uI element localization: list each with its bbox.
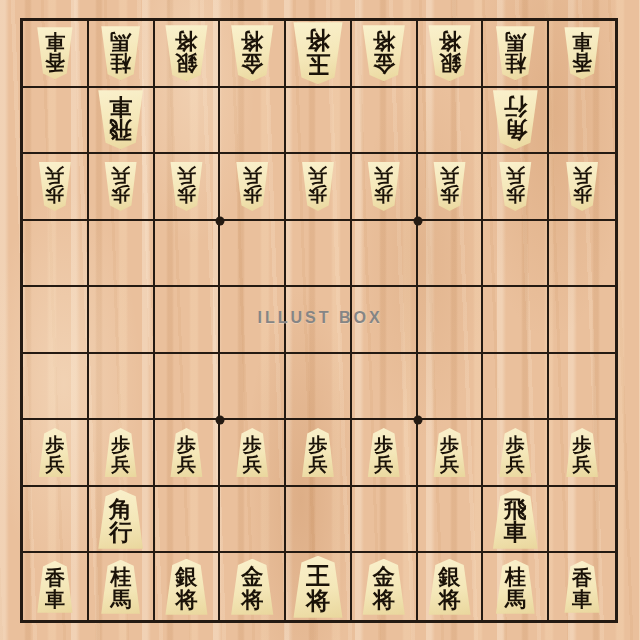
shogi-piece-lance-gote[interactable]: 香 車 [562, 27, 603, 79]
piece-kanji: 歩 兵 [111, 165, 130, 204]
board-cell[interactable]: 歩 兵 [23, 154, 89, 221]
shogi-piece-lance-sente[interactable]: 香 車 [34, 561, 75, 613]
piece-kanji: 歩 兵 [374, 435, 393, 474]
board-cell[interactable]: 歩 兵 [155, 420, 221, 487]
board-cell[interactable] [549, 354, 615, 421]
board-cell[interactable] [483, 287, 549, 354]
board-cell[interactable] [23, 221, 89, 288]
shogi-piece-king-gote[interactable]: 玉 将 [289, 22, 346, 84]
shogi-piece-pawn-gote[interactable]: 歩 兵 [564, 162, 601, 211]
board-cell[interactable]: 歩 兵 [23, 420, 89, 487]
board-cell[interactable] [352, 88, 418, 155]
piece-kanji: 玉 将 [306, 27, 330, 76]
shogi-piece-gold-gote[interactable]: 金 将 [228, 25, 277, 81]
board-cell[interactable] [155, 354, 221, 421]
board-cell[interactable]: 桂 馬 [89, 553, 155, 620]
board-cell[interactable]: 歩 兵 [220, 420, 286, 487]
hoshi-dot [413, 416, 422, 425]
shogi-piece-gold-gote[interactable]: 金 将 [359, 25, 408, 81]
board-cell[interactable]: 歩 兵 [286, 420, 352, 487]
piece-kanji: 歩 兵 [506, 435, 525, 474]
piece-kanji: 歩 兵 [243, 435, 262, 474]
board-cell[interactable] [155, 487, 221, 554]
board-cell[interactable]: 桂 馬 [89, 21, 155, 88]
piece-kanji: 桂 馬 [110, 30, 131, 73]
board-cell[interactable] [23, 354, 89, 421]
piece-kanji: 歩 兵 [308, 165, 327, 204]
watermark-text: ILLUST BOX [257, 309, 382, 327]
shogi-piece-lance-sente[interactable]: 香 車 [562, 561, 603, 613]
board-cell[interactable]: 玉 将 [286, 21, 352, 88]
board-cell[interactable]: 飛 車 [483, 487, 549, 554]
piece-kanji: 歩 兵 [573, 165, 592, 204]
piece-kanji: 金 将 [241, 29, 263, 74]
shogi-piece-pawn-gote[interactable]: 歩 兵 [299, 162, 336, 211]
board-cell[interactable]: 銀 将 [418, 21, 484, 88]
board-cell[interactable] [220, 487, 286, 554]
shogi-piece-lance-gote[interactable]: 香 車 [34, 27, 75, 79]
board-cell[interactable]: 歩 兵 [352, 420, 418, 487]
piece-kanji: 歩 兵 [506, 165, 525, 204]
board-cell[interactable]: 歩 兵 [352, 154, 418, 221]
board-cell[interactable]: 歩 兵 [483, 154, 549, 221]
piece-kanji: 歩 兵 [177, 165, 196, 204]
piece-kanji: 銀 将 [439, 29, 461, 74]
piece-kanji: 銀 将 [175, 566, 197, 611]
board-cell[interactable]: 歩 兵 [286, 154, 352, 221]
shogi-piece-silver-gote[interactable]: 銀 将 [162, 25, 211, 81]
board-cell[interactable]: 香 車 [23, 553, 89, 620]
board-cell[interactable] [418, 88, 484, 155]
piece-kanji: 金 将 [241, 566, 263, 611]
piece-kanji: 歩 兵 [45, 165, 64, 204]
board-cell[interactable] [23, 487, 89, 554]
board-cell[interactable] [418, 487, 484, 554]
shogi-piece-pawn-sente[interactable]: 歩 兵 [168, 428, 205, 477]
piece-kanji: 桂 馬 [505, 30, 526, 73]
board-cell[interactable] [220, 354, 286, 421]
piece-kanji: 歩 兵 [111, 435, 130, 474]
piece-kanji: 歩 兵 [243, 165, 262, 204]
board-cell[interactable]: 角 行 [89, 487, 155, 554]
shogi-piece-pawn-sente[interactable]: 歩 兵 [234, 428, 271, 477]
shogi-piece-pawn-sente[interactable]: 歩 兵 [497, 428, 534, 477]
shogi-piece-silver-sente[interactable]: 銀 将 [425, 559, 474, 615]
piece-kanji: 桂 馬 [505, 567, 526, 610]
piece-kanji: 歩 兵 [177, 435, 196, 474]
board-cell[interactable]: 歩 兵 [418, 154, 484, 221]
piece-kanji: 角 行 [109, 498, 132, 545]
shogi-piece-pawn-gote[interactable]: 歩 兵 [168, 162, 205, 211]
shogi-piece-king-sente[interactable]: 王 将 [289, 556, 346, 618]
board-cell[interactable] [352, 487, 418, 554]
board-cell[interactable] [418, 354, 484, 421]
piece-kanji: 香 車 [572, 568, 592, 609]
board-cell[interactable] [89, 287, 155, 354]
shogi-board-photo: 香 車桂 馬銀 将金 将玉 将金 将銀 将桂 馬香 車飛 車角 行歩 兵歩 兵歩… [0, 0, 640, 640]
board-cell[interactable] [220, 88, 286, 155]
board-cell[interactable]: 角 行 [483, 88, 549, 155]
shogi-piece-pawn-gote[interactable]: 歩 兵 [497, 162, 534, 211]
piece-kanji: 金 将 [373, 29, 395, 74]
board-cell[interactable]: 銀 将 [155, 21, 221, 88]
piece-kanji: 歩 兵 [374, 165, 393, 204]
board-cell[interactable]: 歩 兵 [483, 420, 549, 487]
board-cell[interactable] [549, 88, 615, 155]
board-cell[interactable] [220, 221, 286, 288]
piece-kanji: 歩 兵 [45, 435, 64, 474]
shogi-piece-pawn-gote[interactable]: 歩 兵 [102, 162, 139, 211]
board-cell[interactable] [89, 221, 155, 288]
shogi-piece-knight-gote[interactable]: 桂 馬 [98, 26, 143, 80]
shogi-piece-pawn-gote[interactable]: 歩 兵 [365, 162, 402, 211]
board-cell[interactable]: 香 車 [549, 21, 615, 88]
board-cell[interactable] [155, 221, 221, 288]
board-cell[interactable]: 歩 兵 [549, 154, 615, 221]
board-cell[interactable] [418, 287, 484, 354]
board-cell[interactable]: 歩 兵 [155, 154, 221, 221]
shogi-piece-silver-sente[interactable]: 銀 将 [162, 559, 211, 615]
board-cell[interactable] [286, 221, 352, 288]
piece-kanji: 香 車 [572, 31, 592, 72]
piece-kanji: 飛 車 [504, 498, 527, 545]
board-cell[interactable]: 歩 兵 [418, 420, 484, 487]
shogi-piece-gold-sente[interactable]: 金 将 [359, 559, 408, 615]
board-cell[interactable] [286, 487, 352, 554]
shogi-piece-pawn-sente[interactable]: 歩 兵 [102, 428, 139, 477]
board-cell[interactable] [418, 221, 484, 288]
shogi-piece-pawn-gote[interactable]: 歩 兵 [431, 162, 468, 211]
shogi-piece-pawn-sente[interactable]: 歩 兵 [365, 428, 402, 477]
piece-kanji: 銀 将 [175, 29, 197, 74]
board-cell[interactable]: 銀 将 [418, 553, 484, 620]
shogi-piece-knight-gote[interactable]: 桂 馬 [493, 26, 538, 80]
board-cell[interactable]: 王 将 [286, 553, 352, 620]
board-cell[interactable]: 桂 馬 [483, 21, 549, 88]
board-cell[interactable]: 銀 将 [155, 553, 221, 620]
board-cell[interactable]: 桂 馬 [483, 553, 549, 620]
piece-kanji: 桂 馬 [110, 567, 131, 610]
shogi-piece-pawn-sente[interactable]: 歩 兵 [564, 428, 601, 477]
piece-kanji: 飛 車 [109, 94, 132, 141]
board-cell[interactable] [155, 88, 221, 155]
piece-kanji: 香 車 [45, 568, 65, 609]
shogi-piece-silver-gote[interactable]: 銀 将 [425, 25, 474, 81]
shogi-piece-pawn-gote[interactable]: 歩 兵 [36, 162, 73, 211]
board-cell[interactable] [483, 354, 549, 421]
piece-kanji: 金 将 [373, 566, 395, 611]
board-cell[interactable] [286, 354, 352, 421]
board-cell[interactable]: 金 将 [352, 21, 418, 88]
shogi-piece-pawn-sente[interactable]: 歩 兵 [36, 428, 73, 477]
piece-kanji: 角 行 [504, 94, 527, 141]
board-cell[interactable]: 歩 兵 [89, 154, 155, 221]
board-cell[interactable] [89, 354, 155, 421]
shogi-piece-knight-sente[interactable]: 桂 馬 [98, 560, 143, 614]
board-cell[interactable] [549, 221, 615, 288]
piece-kanji: 香 車 [45, 31, 65, 72]
board-cell[interactable]: 歩 兵 [549, 420, 615, 487]
board-cell[interactable] [483, 221, 549, 288]
piece-kanji: 歩 兵 [440, 435, 459, 474]
board-cell[interactable] [23, 88, 89, 155]
board-cell[interactable] [286, 88, 352, 155]
hoshi-dot [216, 216, 225, 225]
board-cell[interactable]: 金 将 [220, 553, 286, 620]
board-cell[interactable] [549, 487, 615, 554]
hoshi-dot [216, 416, 225, 425]
shogi-piece-bishop-gote[interactable]: 角 行 [489, 90, 541, 149]
board-cell[interactable]: 香 車 [549, 553, 615, 620]
shogi-piece-bishop-sente[interactable]: 角 行 [95, 490, 147, 549]
board-cell[interactable] [549, 287, 615, 354]
board-cell[interactable] [23, 287, 89, 354]
board-cell[interactable]: 香 車 [23, 21, 89, 88]
board-cell[interactable]: 金 将 [352, 553, 418, 620]
shogi-piece-rook-sente[interactable]: 飛 車 [489, 490, 541, 549]
shogi-piece-gold-sente[interactable]: 金 将 [228, 559, 277, 615]
piece-kanji: 歩 兵 [440, 165, 459, 204]
board-cell[interactable]: 飛 車 [89, 88, 155, 155]
shogi-piece-pawn-sente[interactable]: 歩 兵 [431, 428, 468, 477]
board-cell[interactable]: 歩 兵 [89, 420, 155, 487]
shogi-piece-rook-gote[interactable]: 飛 車 [95, 90, 147, 149]
shogi-piece-knight-sente[interactable]: 桂 馬 [493, 560, 538, 614]
piece-kanji: 歩 兵 [573, 435, 592, 474]
board-cell[interactable]: 歩 兵 [220, 154, 286, 221]
board-cell[interactable]: 金 将 [220, 21, 286, 88]
board-cell[interactable] [155, 287, 221, 354]
board-cell[interactable] [352, 354, 418, 421]
board-cell[interactable] [352, 221, 418, 288]
piece-kanji: 銀 将 [439, 566, 461, 611]
shogi-piece-pawn-gote[interactable]: 歩 兵 [234, 162, 271, 211]
piece-kanji: 王 将 [306, 564, 330, 613]
hoshi-dot [413, 216, 422, 225]
shogi-piece-pawn-sente[interactable]: 歩 兵 [299, 428, 336, 477]
piece-kanji: 歩 兵 [308, 435, 327, 474]
